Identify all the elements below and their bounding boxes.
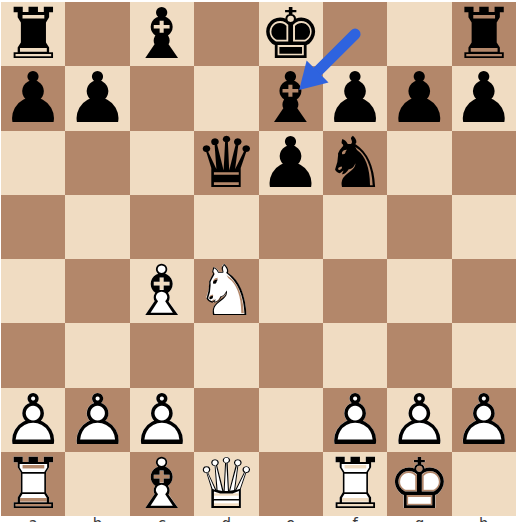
square-c5[interactable]	[130, 195, 194, 259]
file-label-h: h	[452, 517, 516, 522]
white-pawn[interactable]: ♙	[387, 388, 451, 452]
black-rook[interactable]: ♜	[452, 2, 516, 66]
square-e3[interactable]	[259, 323, 323, 387]
square-a2[interactable]: ♟♙	[1, 388, 65, 452]
square-e5[interactable]	[259, 195, 323, 259]
black-pawn[interactable]: ♟	[387, 66, 451, 130]
square-e6[interactable]: ♟	[259, 131, 323, 195]
square-b7[interactable]: ♟	[65, 66, 129, 130]
square-e1[interactable]	[259, 452, 323, 516]
square-c6[interactable]	[130, 131, 194, 195]
square-f8[interactable]	[323, 2, 387, 66]
square-b2[interactable]: ♟♙	[65, 388, 129, 452]
file-labels: abcdefgh	[1, 516, 516, 522]
square-b4[interactable]	[65, 259, 129, 323]
square-a3[interactable]	[1, 323, 65, 387]
square-g7[interactable]: ♟	[387, 66, 451, 130]
square-b8[interactable]	[65, 2, 129, 66]
square-g3[interactable]	[387, 323, 451, 387]
square-d5[interactable]	[194, 195, 258, 259]
square-f7[interactable]: ♟	[323, 66, 387, 130]
white-bishop[interactable]: ♝	[130, 259, 194, 323]
square-c1[interactable]: ♝♗	[130, 452, 194, 516]
square-h5[interactable]	[452, 195, 516, 259]
square-h6[interactable]	[452, 131, 516, 195]
white-pawn[interactable]: ♟	[65, 388, 129, 452]
square-h3[interactable]	[452, 323, 516, 387]
white-knight[interactable]: ♘	[194, 259, 258, 323]
square-g6[interactable]	[387, 131, 451, 195]
square-h7[interactable]: ♟	[452, 66, 516, 130]
square-f5[interactable]	[323, 195, 387, 259]
white-king[interactable]: ♚	[387, 452, 451, 516]
chess-board: ♜♝♚♜♟♟♝♟♟♟♛♟♞♝♗♞♘♟♙♟♙♟♙♟♙♟♙♟♙♜♖♝♗♛♕♜♖♚♔	[1, 2, 516, 516]
square-d4[interactable]: ♞♘	[194, 259, 258, 323]
square-d2[interactable]	[194, 388, 258, 452]
square-a8[interactable]: ♜	[1, 2, 65, 66]
white-pawn[interactable]: ♙	[1, 388, 65, 452]
white-rook[interactable]: ♖	[323, 452, 387, 516]
white-bishop[interactable]: ♝	[130, 452, 194, 516]
square-h1[interactable]	[452, 452, 516, 516]
white-pawn[interactable]: ♟	[387, 388, 451, 452]
square-d6[interactable]: ♛	[194, 131, 258, 195]
square-a1[interactable]: ♜♖	[1, 452, 65, 516]
square-c8[interactable]: ♝	[130, 2, 194, 66]
square-d7[interactable]	[194, 66, 258, 130]
file-label-g: g	[387, 517, 451, 522]
square-c2[interactable]: ♟♙	[130, 388, 194, 452]
white-king[interactable]: ♔	[387, 452, 451, 516]
square-f2[interactable]: ♟♙	[323, 388, 387, 452]
white-bishop[interactable]: ♗	[130, 452, 194, 516]
square-g4[interactable]	[387, 259, 451, 323]
white-pawn[interactable]: ♙	[452, 388, 516, 452]
black-bishop[interactable]: ♝	[259, 66, 323, 130]
white-rook[interactable]: ♖	[1, 452, 65, 516]
square-f6[interactable]: ♞	[323, 131, 387, 195]
black-pawn[interactable]: ♟	[452, 66, 516, 130]
square-f1[interactable]: ♜♖	[323, 452, 387, 516]
file-label-d: d	[194, 517, 258, 522]
file-label-e: e	[259, 517, 323, 522]
black-pawn[interactable]: ♟	[259, 131, 323, 195]
black-knight[interactable]: ♞	[323, 131, 387, 195]
square-b3[interactable]	[65, 323, 129, 387]
black-king[interactable]: ♚	[259, 2, 323, 66]
white-pawn[interactable]: ♟	[130, 388, 194, 452]
square-e2[interactable]	[259, 388, 323, 452]
square-a5[interactable]	[1, 195, 65, 259]
square-d8[interactable]	[194, 2, 258, 66]
white-pawn[interactable]: ♙	[65, 388, 129, 452]
white-bishop[interactable]: ♗	[130, 259, 194, 323]
square-d3[interactable]	[194, 323, 258, 387]
square-c3[interactable]	[130, 323, 194, 387]
black-queen[interactable]: ♛	[194, 131, 258, 195]
white-pawn[interactable]: ♟	[323, 388, 387, 452]
white-pawn[interactable]: ♟	[1, 388, 65, 452]
square-b6[interactable]	[65, 131, 129, 195]
white-pawn[interactable]: ♙	[130, 388, 194, 452]
square-c7[interactable]	[130, 66, 194, 130]
square-a4[interactable]	[1, 259, 65, 323]
square-b5[interactable]	[65, 195, 129, 259]
file-label-b: b	[65, 517, 129, 522]
black-rook[interactable]: ♜	[1, 2, 65, 66]
white-queen[interactable]: ♕	[194, 452, 258, 516]
square-g2[interactable]: ♟♙	[387, 388, 451, 452]
square-d1[interactable]: ♛♕	[194, 452, 258, 516]
file-label-f: f	[323, 517, 387, 522]
square-a7[interactable]: ♟	[1, 66, 65, 130]
square-g1[interactable]: ♚♔	[387, 452, 451, 516]
square-h4[interactable]	[452, 259, 516, 323]
black-pawn[interactable]: ♟	[1, 66, 65, 130]
black-pawn[interactable]: ♟	[323, 66, 387, 130]
square-f3[interactable]	[323, 323, 387, 387]
black-pawn[interactable]: ♟	[65, 66, 129, 130]
square-a6[interactable]	[1, 131, 65, 195]
square-c4[interactable]: ♝♗	[130, 259, 194, 323]
square-f4[interactable]	[323, 259, 387, 323]
white-knight[interactable]: ♞	[194, 259, 258, 323]
square-e7[interactable]: ♝	[259, 66, 323, 130]
white-pawn[interactable]: ♟	[452, 388, 516, 452]
white-pawn[interactable]: ♙	[323, 388, 387, 452]
square-e4[interactable]	[259, 259, 323, 323]
white-rook[interactable]: ♜	[1, 452, 65, 516]
white-rook[interactable]: ♜	[323, 452, 387, 516]
file-label-a: a	[1, 517, 65, 522]
chess-board-screenshot: ♜♝♚♜♟♟♝♟♟♟♛♟♞♝♗♞♘♟♙♟♙♟♙♟♙♟♙♟♙♜♖♝♗♛♕♜♖♚♔ …	[0, 0, 518, 522]
square-b1[interactable]	[65, 452, 129, 516]
square-h8[interactable]: ♜	[452, 2, 516, 66]
square-g5[interactable]	[387, 195, 451, 259]
black-bishop[interactable]: ♝	[130, 2, 194, 66]
file-label-c: c	[130, 517, 194, 522]
square-h2[interactable]: ♟♙	[452, 388, 516, 452]
square-e8[interactable]: ♚	[259, 2, 323, 66]
square-g8[interactable]	[387, 2, 451, 66]
white-queen[interactable]: ♛	[194, 452, 258, 516]
